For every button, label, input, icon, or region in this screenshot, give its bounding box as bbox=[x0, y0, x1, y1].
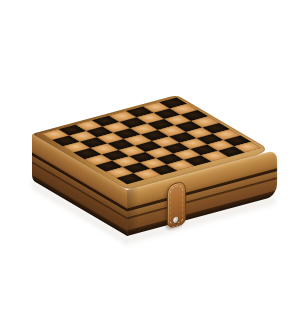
clasp-strap bbox=[167, 180, 186, 229]
product-photo bbox=[0, 0, 300, 331]
